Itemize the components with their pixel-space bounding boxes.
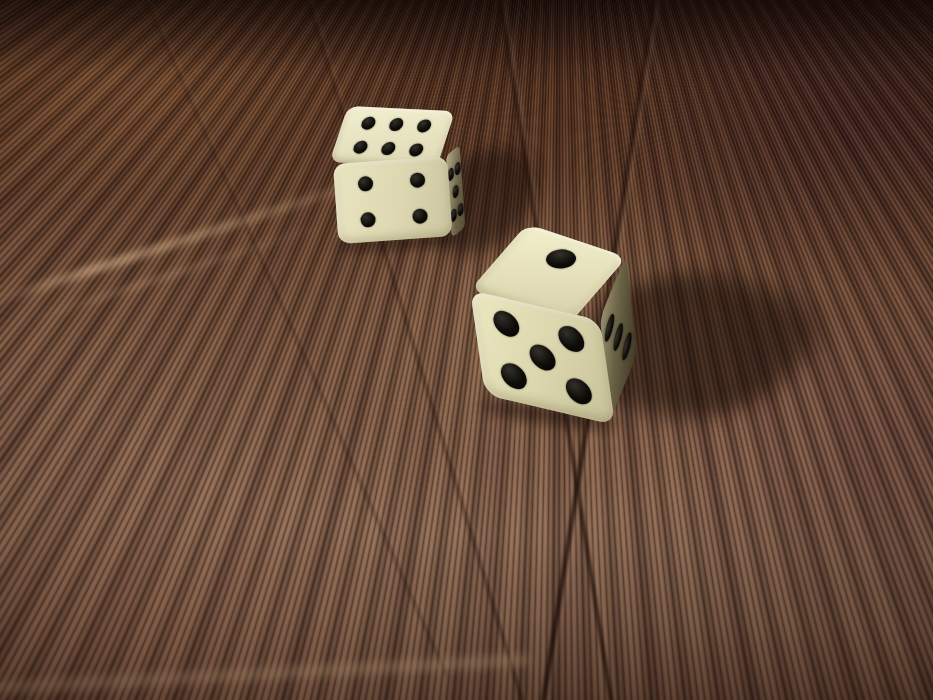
photo-vignette xyxy=(0,0,933,700)
dice-photo-scene xyxy=(0,0,933,700)
